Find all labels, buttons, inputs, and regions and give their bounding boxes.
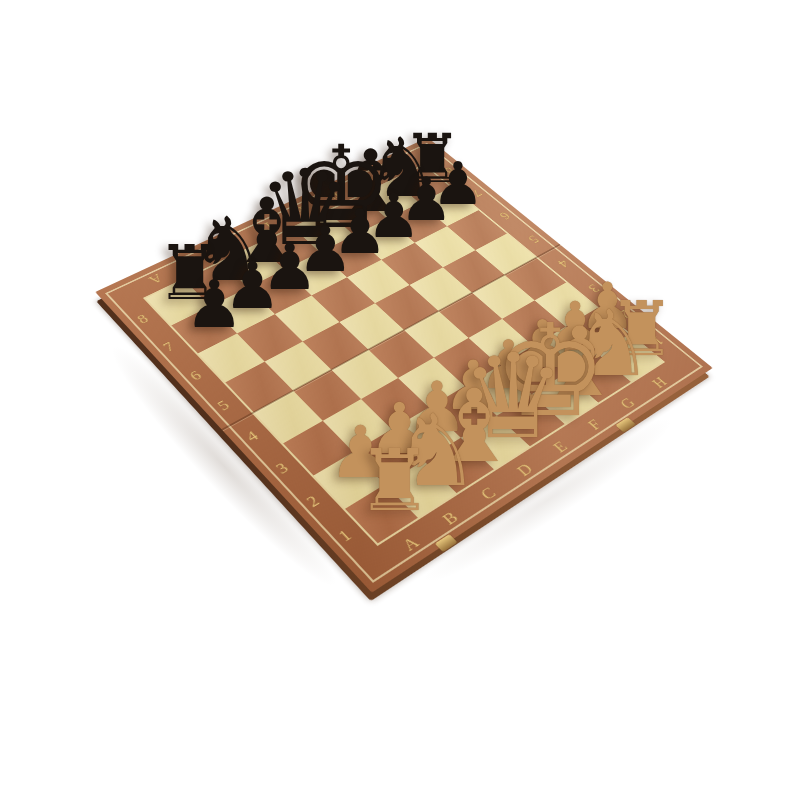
- chess-set-photo: ABCDEFGH ABCDEFGH 87654321 87654321 ♜♞♝♛…: [0, 0, 800, 800]
- chess-board: ABCDEFGH ABCDEFGH 87654321 87654321: [95, 138, 713, 593]
